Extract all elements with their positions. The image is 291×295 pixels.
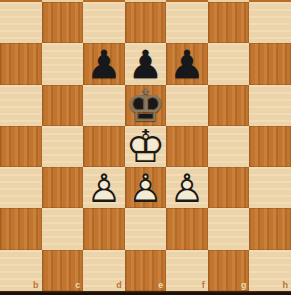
square-d4[interactable] bbox=[83, 126, 125, 167]
file-label-b: b bbox=[33, 280, 39, 290]
square-h3[interactable] bbox=[249, 167, 291, 208]
square-g6[interactable] bbox=[208, 43, 250, 84]
piece-white-pawn[interactable]: ♟♙ bbox=[166, 167, 208, 208]
piece-white-pawn[interactable]: ♟♙ bbox=[125, 167, 167, 208]
square-c4[interactable] bbox=[42, 126, 84, 167]
square-c7[interactable] bbox=[42, 2, 84, 43]
board-grid: ♟♟♟♚♔♚♔♟♙♟♙♟♙bcdefgh bbox=[0, 2, 291, 291]
square-d5[interactable] bbox=[83, 85, 125, 126]
white-pawn-outline-glyph: ♙ bbox=[166, 168, 208, 207]
file-label-g: g bbox=[241, 280, 247, 290]
square-c5[interactable] bbox=[42, 85, 84, 126]
square-f7[interactable] bbox=[166, 2, 208, 43]
white-pawn-glyph: ♟ bbox=[125, 168, 167, 207]
piece-black-king[interactable]: ♚♔ bbox=[125, 85, 167, 126]
square-g2[interactable] bbox=[208, 208, 250, 249]
piece-black-pawn[interactable]: ♟ bbox=[125, 43, 167, 84]
square-e3[interactable]: ♟♙ bbox=[125, 167, 167, 208]
black-king-glyph: ♚ bbox=[125, 83, 167, 128]
square-c2[interactable] bbox=[42, 208, 84, 249]
square-g1[interactable]: g bbox=[208, 250, 250, 291]
file-label-f: f bbox=[202, 280, 205, 290]
square-h7[interactable] bbox=[249, 2, 291, 43]
square-b2[interactable] bbox=[0, 208, 42, 249]
white-king-glyph: ♚ bbox=[125, 124, 167, 169]
black-pawn-glyph: ♟ bbox=[83, 44, 125, 83]
board-bottom-edge bbox=[0, 291, 291, 295]
square-e6[interactable]: ♟ bbox=[125, 43, 167, 84]
square-h1[interactable]: h bbox=[249, 250, 291, 291]
square-b3[interactable] bbox=[0, 167, 42, 208]
square-c1[interactable]: c bbox=[42, 250, 84, 291]
square-c6[interactable] bbox=[42, 43, 84, 84]
white-king-outline-glyph: ♔ bbox=[125, 124, 167, 169]
piece-white-pawn[interactable]: ♟♙ bbox=[83, 167, 125, 208]
black-pawn-glyph: ♟ bbox=[125, 44, 167, 83]
chess-board: ♟♟♟♚♔♚♔♟♙♟♙♟♙bcdefgh bbox=[0, 0, 291, 295]
square-e5[interactable]: ♚♔ bbox=[125, 85, 167, 126]
square-g3[interactable] bbox=[208, 167, 250, 208]
square-f6[interactable]: ♟ bbox=[166, 43, 208, 84]
square-g7[interactable] bbox=[208, 2, 250, 43]
square-f1[interactable]: f bbox=[166, 250, 208, 291]
square-d1[interactable]: d bbox=[83, 250, 125, 291]
piece-black-pawn[interactable]: ♟ bbox=[83, 43, 125, 84]
file-label-d: d bbox=[116, 280, 122, 290]
white-pawn-glyph: ♟ bbox=[83, 168, 125, 207]
square-d7[interactable] bbox=[83, 2, 125, 43]
file-label-e: e bbox=[158, 280, 163, 290]
white-pawn-outline-glyph: ♙ bbox=[83, 168, 125, 207]
square-c3[interactable] bbox=[42, 167, 84, 208]
square-d3[interactable]: ♟♙ bbox=[83, 167, 125, 208]
square-e1[interactable]: e bbox=[125, 250, 167, 291]
piece-white-king[interactable]: ♚♔ bbox=[125, 126, 167, 167]
square-h4[interactable] bbox=[249, 126, 291, 167]
square-f5[interactable] bbox=[166, 85, 208, 126]
square-g5[interactable] bbox=[208, 85, 250, 126]
white-pawn-glyph: ♟ bbox=[166, 168, 208, 207]
square-b6[interactable] bbox=[0, 43, 42, 84]
square-b7[interactable] bbox=[0, 2, 42, 43]
square-e2[interactable] bbox=[125, 208, 167, 249]
black-pawn-glyph: ♟ bbox=[166, 44, 208, 83]
white-pawn-outline-glyph: ♙ bbox=[125, 168, 167, 207]
square-b5[interactable] bbox=[0, 85, 42, 126]
square-b1[interactable]: b bbox=[0, 250, 42, 291]
black-king-detail-glyph: ♔ bbox=[125, 83, 167, 128]
square-g4[interactable] bbox=[208, 126, 250, 167]
square-b4[interactable] bbox=[0, 126, 42, 167]
square-h6[interactable] bbox=[249, 43, 291, 84]
square-h2[interactable] bbox=[249, 208, 291, 249]
square-f2[interactable] bbox=[166, 208, 208, 249]
square-h5[interactable] bbox=[249, 85, 291, 126]
file-label-c: c bbox=[75, 280, 80, 290]
square-d6[interactable]: ♟ bbox=[83, 43, 125, 84]
square-e4[interactable]: ♚♔ bbox=[125, 126, 167, 167]
square-f4[interactable] bbox=[166, 126, 208, 167]
piece-black-pawn[interactable]: ♟ bbox=[166, 43, 208, 84]
square-e7[interactable] bbox=[125, 2, 167, 43]
square-d2[interactable] bbox=[83, 208, 125, 249]
file-label-h: h bbox=[283, 280, 289, 290]
square-f3[interactable]: ♟♙ bbox=[166, 167, 208, 208]
